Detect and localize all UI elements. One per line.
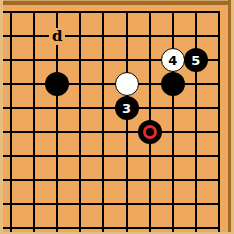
black-stone-move-5[interactable]: 5 (184, 48, 208, 72)
move-number-label: 3 (122, 102, 131, 115)
black-stone[interactable] (45, 72, 69, 96)
white-stone-move-4[interactable]: 4 (161, 48, 185, 72)
red-circle-marker-icon (143, 125, 157, 139)
grid-line-vertical (172, 11, 174, 234)
black-stone[interactable] (161, 72, 185, 96)
black-stone-marked[interactable] (138, 120, 162, 144)
grid-line-horizontal (0, 107, 220, 109)
grid-line-horizontal (0, 227, 220, 229)
board-frame-left (0, 0, 3, 234)
board-frame-right (228, 0, 234, 234)
black-stone-move-3[interactable]: 3 (115, 96, 139, 120)
grid-line-horizontal (0, 179, 220, 181)
grid-line-vertical (195, 11, 197, 234)
move-number-label: 5 (191, 54, 200, 67)
grid-line-vertical (10, 11, 12, 234)
grid-line-vertical (126, 11, 128, 234)
board-frame-top (0, 0, 234, 5)
white-stone[interactable] (115, 72, 139, 96)
grid-line-vertical (218, 11, 220, 234)
board-frame-bottom (0, 232, 234, 234)
grid-line-vertical (33, 11, 35, 234)
grid-line-horizontal (0, 131, 220, 133)
grid-line-horizontal (0, 155, 220, 157)
grid-line-vertical (102, 11, 104, 234)
point-label-d[interactable]: d (49, 28, 65, 45)
grid-line-vertical (79, 11, 81, 234)
move-number-label: 4 (168, 54, 177, 67)
go-board[interactable]: 453d (0, 0, 234, 234)
grid-line-horizontal (0, 203, 220, 205)
grid-line-horizontal (0, 83, 220, 85)
